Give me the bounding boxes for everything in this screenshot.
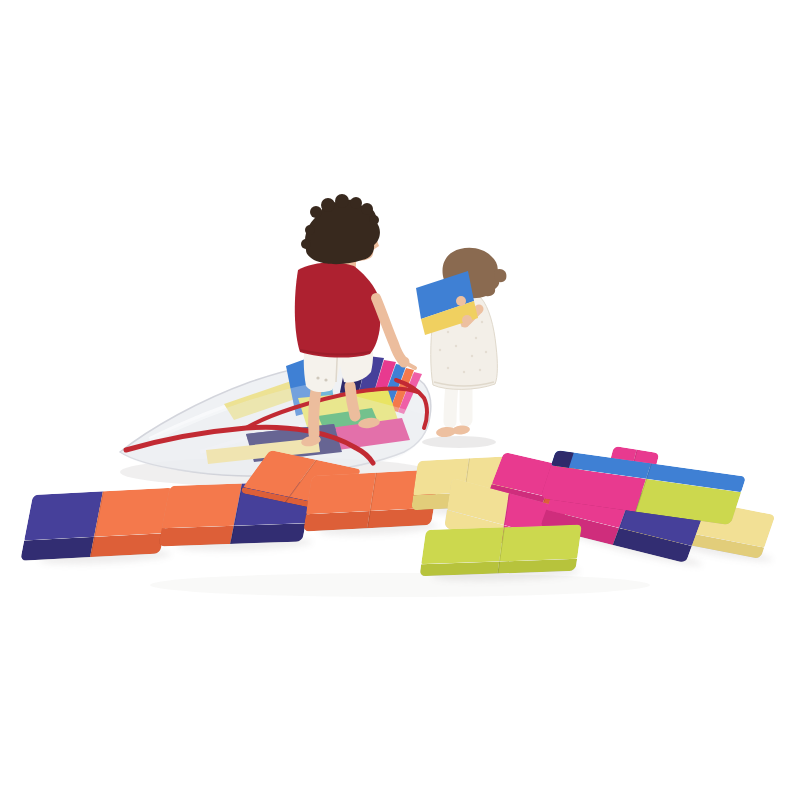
chain-tile-2-front-half-1 bbox=[158, 526, 233, 547]
chain-tile-3-front-half-2 bbox=[367, 508, 434, 529]
chain-tile-1-top-half-1 bbox=[24, 491, 102, 540]
chain-tile-1-front-half-2 bbox=[90, 533, 164, 557]
chain-tile-2-front-half-2 bbox=[230, 523, 306, 544]
loose-lime-tile bbox=[419, 525, 581, 577]
loose-lime-tile-top-half-1 bbox=[421, 527, 503, 564]
loose-lime-tile-top-half-2 bbox=[499, 525, 582, 562]
floor-dominoes bbox=[0, 0, 800, 800]
chain-tile-1-front-half-1 bbox=[20, 537, 93, 561]
chain-tile-1 bbox=[20, 488, 173, 561]
product-photo-scene bbox=[0, 0, 800, 800]
chain-tile-3-top-half-1 bbox=[306, 473, 375, 515]
chain-tile-3-front-half-1 bbox=[303, 511, 369, 531]
chain-tile-2-top-half-1 bbox=[162, 484, 242, 529]
